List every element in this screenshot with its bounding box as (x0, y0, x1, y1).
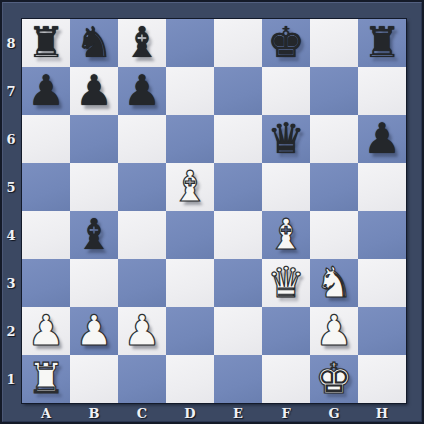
square-g7[interactable] (310, 67, 358, 115)
square-f5[interactable] (262, 163, 310, 211)
rank-label: 1 (0, 355, 22, 403)
white-knight-icon[interactable]: ♞ (310, 259, 358, 307)
white-bishop-icon[interactable]: ♝ (262, 211, 310, 259)
square-d8[interactable] (166, 19, 214, 67)
square-h5[interactable] (358, 163, 406, 211)
square-c1[interactable] (118, 355, 166, 403)
rank-label: 7 (0, 67, 22, 115)
square-e1[interactable] (214, 355, 262, 403)
square-d3[interactable] (166, 259, 214, 307)
square-e4[interactable] (214, 211, 262, 259)
black-bishop-icon[interactable]: ♝ (118, 19, 166, 67)
square-g6[interactable] (310, 115, 358, 163)
square-h8[interactable]: ♜ (358, 19, 406, 67)
square-g3[interactable]: ♞ (310, 259, 358, 307)
square-h7[interactable] (358, 67, 406, 115)
square-g1[interactable]: ♚ (310, 355, 358, 403)
square-e3[interactable] (214, 259, 262, 307)
square-d1[interactable] (166, 355, 214, 403)
square-c8[interactable]: ♝ (118, 19, 166, 67)
square-e7[interactable] (214, 67, 262, 115)
square-c4[interactable] (118, 211, 166, 259)
white-pawn-icon[interactable]: ♟ (310, 307, 358, 355)
square-g2[interactable]: ♟ (310, 307, 358, 355)
file-labels: ABCDEFGH (22, 403, 406, 424)
square-c5[interactable] (118, 163, 166, 211)
square-a7[interactable]: ♟ (22, 67, 70, 115)
file-label: B (70, 403, 118, 424)
white-rook-icon[interactable]: ♜ (22, 355, 70, 403)
square-d6[interactable] (166, 115, 214, 163)
square-g5[interactable] (310, 163, 358, 211)
square-f4[interactable]: ♝ (262, 211, 310, 259)
black-king-icon[interactable]: ♚ (262, 19, 310, 67)
square-e8[interactable] (214, 19, 262, 67)
rank-label: 3 (0, 259, 22, 307)
white-king-icon[interactable]: ♚ (310, 355, 358, 403)
file-label: E (214, 403, 262, 424)
square-g4[interactable] (310, 211, 358, 259)
square-f7[interactable] (262, 67, 310, 115)
square-b5[interactable] (70, 163, 118, 211)
black-queen-icon[interactable]: ♛ (262, 115, 310, 163)
rank-labels: 87654321 (0, 19, 22, 403)
square-c3[interactable] (118, 259, 166, 307)
white-pawn-icon[interactable]: ♟ (70, 307, 118, 355)
square-a4[interactable] (22, 211, 70, 259)
rank-label: 6 (0, 115, 22, 163)
board-frame: 87654321 ABCDEFGH ♜♞♝♚♜♟♟♟♛♟♝♝♝♛♞♟♟♟♟♜♚ (0, 0, 424, 424)
square-g8[interactable] (310, 19, 358, 67)
file-label: F (262, 403, 310, 424)
square-b6[interactable] (70, 115, 118, 163)
square-a2[interactable]: ♟ (22, 307, 70, 355)
file-label: D (166, 403, 214, 424)
square-f6[interactable]: ♛ (262, 115, 310, 163)
square-b4[interactable]: ♝ (70, 211, 118, 259)
white-pawn-icon[interactable]: ♟ (118, 307, 166, 355)
square-b2[interactable]: ♟ (70, 307, 118, 355)
black-rook-icon[interactable]: ♜ (22, 19, 70, 67)
square-f1[interactable] (262, 355, 310, 403)
square-h3[interactable] (358, 259, 406, 307)
black-pawn-icon[interactable]: ♟ (22, 67, 70, 115)
square-c7[interactable]: ♟ (118, 67, 166, 115)
square-b8[interactable]: ♞ (70, 19, 118, 67)
square-e5[interactable] (214, 163, 262, 211)
square-e2[interactable] (214, 307, 262, 355)
square-f8[interactable]: ♚ (262, 19, 310, 67)
chess-board: ♜♞♝♚♜♟♟♟♛♟♝♝♝♛♞♟♟♟♟♜♚ (22, 19, 406, 403)
square-d5[interactable]: ♝ (166, 163, 214, 211)
square-b7[interactable]: ♟ (70, 67, 118, 115)
square-h4[interactable] (358, 211, 406, 259)
square-c6[interactable] (118, 115, 166, 163)
black-bishop-icon[interactable]: ♝ (70, 211, 118, 259)
square-h2[interactable] (358, 307, 406, 355)
rank-label: 4 (0, 211, 22, 259)
square-e6[interactable] (214, 115, 262, 163)
file-label: H (358, 403, 406, 424)
square-d7[interactable] (166, 67, 214, 115)
square-d4[interactable] (166, 211, 214, 259)
square-f3[interactable]: ♛ (262, 259, 310, 307)
square-b1[interactable] (70, 355, 118, 403)
file-label: G (310, 403, 358, 424)
black-rook-icon[interactable]: ♜ (358, 19, 406, 67)
rank-label: 2 (0, 307, 22, 355)
rank-label: 5 (0, 163, 22, 211)
black-knight-icon[interactable]: ♞ (70, 19, 118, 67)
black-pawn-icon[interactable]: ♟ (118, 67, 166, 115)
file-label: A (22, 403, 70, 424)
square-a5[interactable] (22, 163, 70, 211)
black-pawn-icon[interactable]: ♟ (70, 67, 118, 115)
square-b3[interactable] (70, 259, 118, 307)
square-a1[interactable]: ♜ (22, 355, 70, 403)
white-bishop-icon[interactable]: ♝ (166, 163, 214, 211)
rank-label: 8 (0, 19, 22, 67)
square-f2[interactable] (262, 307, 310, 355)
square-a8[interactable]: ♜ (22, 19, 70, 67)
square-h6[interactable]: ♟ (358, 115, 406, 163)
white-pawn-icon[interactable]: ♟ (22, 307, 70, 355)
square-h1[interactable] (358, 355, 406, 403)
square-a3[interactable] (22, 259, 70, 307)
square-a6[interactable] (22, 115, 70, 163)
black-pawn-icon[interactable]: ♟ (358, 115, 406, 163)
square-c2[interactable]: ♟ (118, 307, 166, 355)
square-d2[interactable] (166, 307, 214, 355)
white-queen-icon[interactable]: ♛ (262, 259, 310, 307)
file-label: C (118, 403, 166, 424)
